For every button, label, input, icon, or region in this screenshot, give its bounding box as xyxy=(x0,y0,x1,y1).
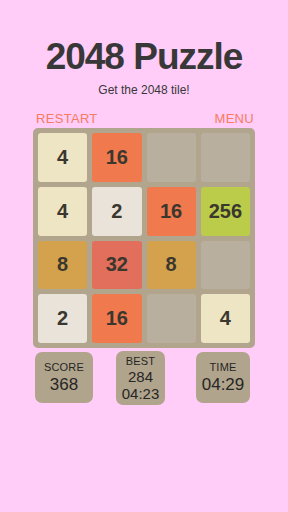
tile-32: 32 xyxy=(92,241,141,290)
empty-cell xyxy=(201,133,250,182)
score-value: 368 xyxy=(50,375,78,395)
app-title: 2048 Puzzle xyxy=(0,38,288,77)
empty-cell xyxy=(147,133,196,182)
tile-4: 4 xyxy=(38,133,87,182)
empty-cell xyxy=(147,294,196,343)
best-time-value: 04:23 xyxy=(122,385,160,402)
time-value: 04:29 xyxy=(202,375,245,395)
tile-4: 4 xyxy=(201,294,250,343)
score-box: SCORE 368 xyxy=(35,352,93,403)
tile-8: 8 xyxy=(147,241,196,290)
tile-16: 16 xyxy=(92,133,141,182)
best-score-value: 284 xyxy=(128,368,153,385)
tile-16: 16 xyxy=(147,187,196,236)
tile-2: 2 xyxy=(92,187,141,236)
app-subtitle: Get the 2048 tile! xyxy=(0,83,288,97)
time-box: TIME 04:29 xyxy=(196,352,250,403)
tile-16: 16 xyxy=(92,294,141,343)
tile-8: 8 xyxy=(38,241,87,290)
best-label: BEST xyxy=(126,355,156,368)
game-board[interactable]: 416421625683282164 xyxy=(33,128,255,348)
tile-4: 4 xyxy=(38,187,87,236)
toolbar: RESTART MENU xyxy=(36,111,254,127)
tile-2: 2 xyxy=(38,294,87,343)
app-screen: 2048 Puzzle Get the 2048 tile! RESTART M… xyxy=(0,0,288,512)
score-label: SCORE xyxy=(44,361,84,374)
menu-button[interactable]: MENU xyxy=(215,111,254,127)
time-label: TIME xyxy=(209,361,236,374)
restart-button[interactable]: RESTART xyxy=(36,111,98,127)
empty-cell xyxy=(201,241,250,290)
tile-256: 256 xyxy=(201,187,250,236)
best-box: BEST 284 04:23 xyxy=(116,351,165,405)
